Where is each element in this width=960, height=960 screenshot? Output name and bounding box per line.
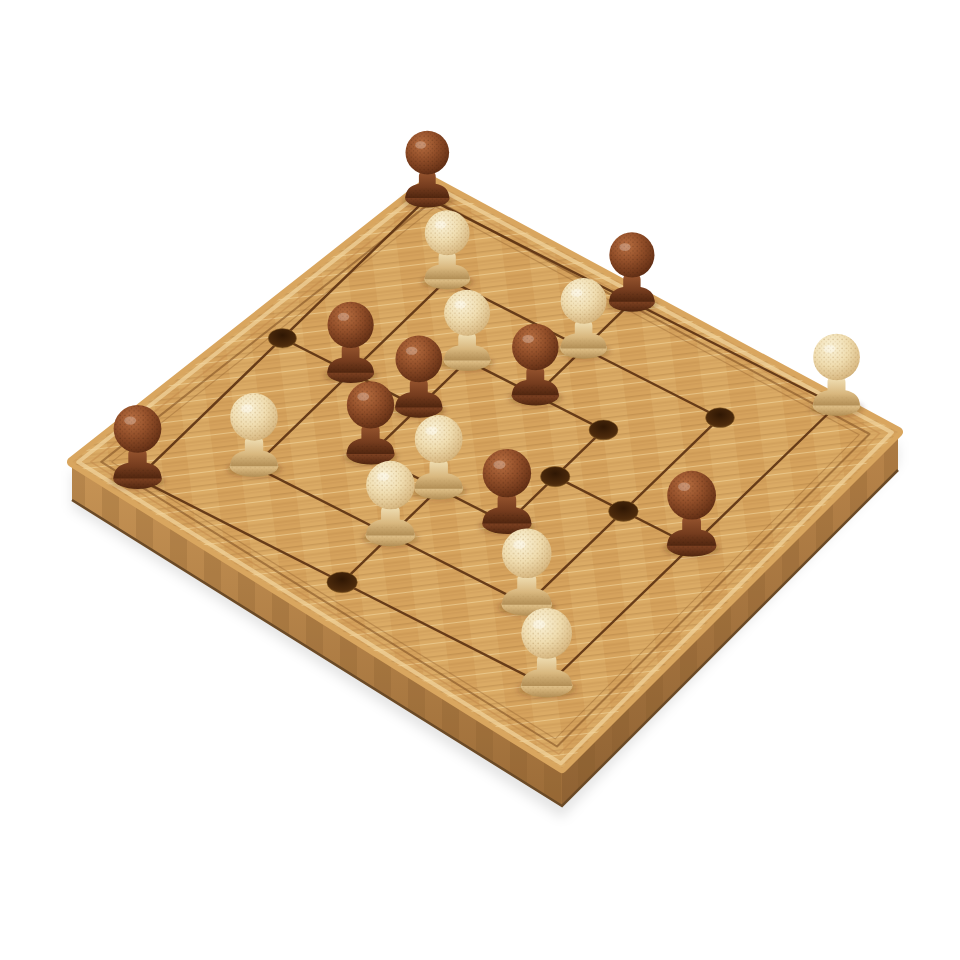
peg-base-texture xyxy=(424,269,470,289)
peg-head-texture xyxy=(114,405,162,453)
hole-d1[interactable] xyxy=(327,572,357,593)
hole-f4[interactable] xyxy=(609,501,639,521)
hole-f6[interactable] xyxy=(706,408,735,428)
peg-head-texture xyxy=(328,302,374,348)
nine-mens-morris-board xyxy=(0,0,960,960)
peg-base-texture xyxy=(521,675,573,697)
board-photo-scene xyxy=(0,0,960,960)
peg-highlight xyxy=(377,472,389,480)
peg-head-texture xyxy=(347,381,394,428)
peg-base-texture xyxy=(667,535,717,557)
peg-head-texture xyxy=(667,471,716,520)
peg-highlight xyxy=(124,416,136,424)
peg-highlight xyxy=(454,301,466,309)
peg-base-texture xyxy=(327,363,374,383)
peg-highlight xyxy=(406,347,418,355)
peg-head-texture xyxy=(521,608,572,659)
peg-base-texture xyxy=(560,338,607,358)
peg-highlight xyxy=(513,540,525,549)
peg-highlight xyxy=(241,405,253,413)
peg-base-texture xyxy=(366,525,416,546)
peg-head-texture xyxy=(425,210,470,255)
peg-base-texture xyxy=(414,478,463,499)
peg-highlight xyxy=(493,461,505,469)
peg-highlight xyxy=(415,141,426,149)
peg-highlight xyxy=(619,243,630,251)
peg-base-texture xyxy=(405,188,449,207)
peg-head-texture xyxy=(230,393,278,441)
peg-dark-d7[interactable] xyxy=(606,232,658,312)
hole-a4[interactable] xyxy=(268,329,296,348)
peg-base-texture xyxy=(512,385,559,406)
peg-base-texture xyxy=(813,395,861,416)
peg-base-texture xyxy=(113,468,162,489)
peg-light-g7[interactable] xyxy=(810,334,864,417)
hole-e4[interactable] xyxy=(541,467,570,487)
peg-base-texture xyxy=(230,456,278,477)
peg-highlight xyxy=(357,393,369,401)
peg-base-texture xyxy=(395,397,443,418)
peg-head-texture xyxy=(512,324,559,371)
peg-highlight xyxy=(522,335,534,343)
peg-head-texture xyxy=(813,334,860,381)
hole-e5[interactable] xyxy=(589,420,618,440)
peg-head-texture xyxy=(366,461,415,510)
peg-base-texture xyxy=(609,292,655,312)
peg-highlight xyxy=(678,483,690,491)
peg-head-texture xyxy=(502,528,552,578)
peg-head-texture xyxy=(483,449,531,497)
peg-head-texture xyxy=(561,278,607,324)
peg-highlight xyxy=(425,427,437,435)
peg-head-texture xyxy=(444,290,490,336)
peg-head-texture xyxy=(609,232,654,277)
peg-highlight xyxy=(338,313,350,321)
peg-head-texture xyxy=(415,415,463,463)
peg-head-texture xyxy=(405,131,449,175)
peg-dark-a7[interactable] xyxy=(402,131,452,208)
peg-highlight xyxy=(571,289,582,297)
peg-highlight xyxy=(533,620,546,629)
peg-highlight xyxy=(823,345,835,353)
peg-head-texture xyxy=(395,336,442,383)
peg-highlight xyxy=(435,221,446,229)
peg-base-texture xyxy=(444,350,491,370)
